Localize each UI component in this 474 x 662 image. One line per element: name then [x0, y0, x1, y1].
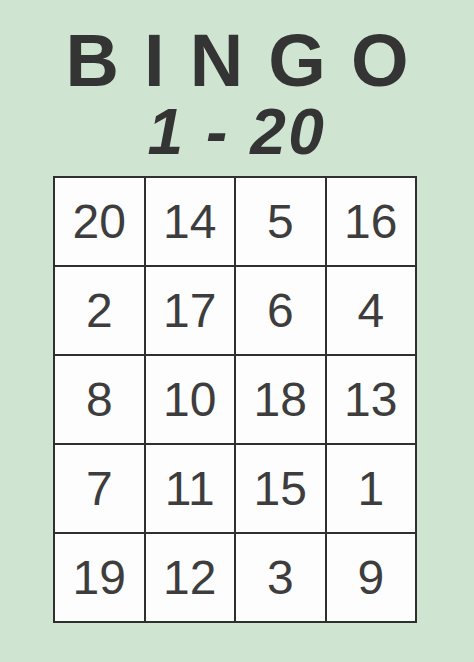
- bingo-cell[interactable]: 14: [145, 177, 236, 266]
- bingo-cell[interactable]: 18: [235, 355, 326, 444]
- bingo-cell[interactable]: 10: [145, 355, 236, 444]
- bingo-cell[interactable]: 7: [54, 444, 145, 533]
- bingo-cell[interactable]: 4: [326, 266, 417, 355]
- bingo-cell[interactable]: 20: [54, 177, 145, 266]
- bingo-cell[interactable]: 2: [54, 266, 145, 355]
- bingo-cell[interactable]: 12: [145, 533, 236, 622]
- bingo-cell[interactable]: 13: [326, 355, 417, 444]
- bingo-cell[interactable]: 19: [54, 533, 145, 622]
- number-range: 1 - 20: [0, 100, 474, 164]
- bingo-cell[interactable]: 8: [54, 355, 145, 444]
- card-title: BINGO: [0, 24, 474, 98]
- bingo-card: BINGO 1 - 20 201451621764810181371115119…: [0, 0, 474, 662]
- bingo-cell[interactable]: 5: [235, 177, 326, 266]
- bingo-grid: 2014516217648101813711151191239: [53, 176, 417, 623]
- bingo-cell[interactable]: 9: [326, 533, 417, 622]
- bingo-cell[interactable]: 6: [235, 266, 326, 355]
- bingo-cell[interactable]: 11: [145, 444, 236, 533]
- bingo-cell[interactable]: 3: [235, 533, 326, 622]
- bingo-cell[interactable]: 17: [145, 266, 236, 355]
- bingo-cell[interactable]: 1: [326, 444, 417, 533]
- bingo-cell[interactable]: 15: [235, 444, 326, 533]
- bingo-cell[interactable]: 16: [326, 177, 417, 266]
